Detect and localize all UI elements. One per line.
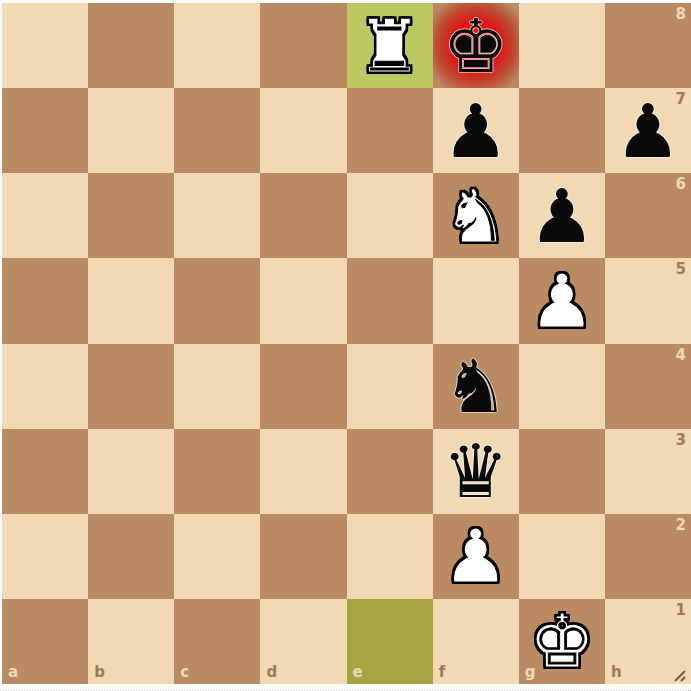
- square-e5[interactable]: [347, 258, 433, 343]
- square-f5[interactable]: [433, 258, 519, 343]
- square-a1[interactable]: a: [2, 599, 88, 684]
- square-f4[interactable]: ♞: [433, 344, 519, 429]
- file-label-h: h: [611, 665, 622, 680]
- square-c2[interactable]: [174, 514, 260, 599]
- square-f7[interactable]: ♟: [433, 88, 519, 173]
- rank-label-3: 3: [676, 433, 686, 448]
- rank-label-2: 2: [676, 518, 686, 533]
- square-c5[interactable]: [174, 258, 260, 343]
- square-c8[interactable]: [174, 3, 260, 88]
- rank-label-7: 7: [676, 92, 686, 107]
- piece-black-queen[interactable]: ♛: [443, 434, 509, 508]
- rank-label-8: 8: [676, 7, 686, 22]
- square-h7[interactable]: 7♟: [605, 88, 691, 173]
- square-d4[interactable]: [260, 344, 346, 429]
- square-e8[interactable]: ♜: [347, 3, 433, 88]
- square-e4[interactable]: [347, 344, 433, 429]
- chess-board: ♜♚8♟7♟♞♟6♟5♞4♛3♟2abcdefg♚1h: [2, 3, 691, 684]
- square-d7[interactable]: [260, 88, 346, 173]
- square-h2[interactable]: 2: [605, 514, 691, 599]
- square-a8[interactable]: [2, 3, 88, 88]
- square-h6[interactable]: 6: [605, 173, 691, 258]
- piece-black-pawn[interactable]: ♟: [443, 94, 509, 168]
- file-label-d: d: [266, 665, 277, 680]
- square-g2[interactable]: [519, 514, 605, 599]
- square-f8[interactable]: ♚: [433, 3, 519, 88]
- square-b2[interactable]: [88, 514, 174, 599]
- square-c4[interactable]: [174, 344, 260, 429]
- square-d6[interactable]: [260, 173, 346, 258]
- square-h5[interactable]: 5: [605, 258, 691, 343]
- square-a3[interactable]: [2, 429, 88, 514]
- piece-black-pawn[interactable]: ♟: [615, 94, 681, 168]
- square-b7[interactable]: [88, 88, 174, 173]
- file-label-e: e: [353, 665, 363, 680]
- piece-white-pawn[interactable]: ♟: [529, 264, 595, 338]
- square-g7[interactable]: [519, 88, 605, 173]
- square-g1[interactable]: g♚: [519, 599, 605, 684]
- square-g5[interactable]: ♟: [519, 258, 605, 343]
- square-g8[interactable]: [519, 3, 605, 88]
- file-label-f: f: [439, 665, 446, 680]
- file-label-g: g: [525, 665, 536, 680]
- square-c6[interactable]: [174, 173, 260, 258]
- square-f6[interactable]: ♞: [433, 173, 519, 258]
- square-b6[interactable]: [88, 173, 174, 258]
- square-d8[interactable]: [260, 3, 346, 88]
- square-b1[interactable]: b: [88, 599, 174, 684]
- square-a6[interactable]: [2, 173, 88, 258]
- square-h4[interactable]: 4: [605, 344, 691, 429]
- square-f2[interactable]: ♟: [433, 514, 519, 599]
- rank-label-1: 1: [676, 603, 686, 618]
- square-b5[interactable]: [88, 258, 174, 343]
- square-e3[interactable]: [347, 429, 433, 514]
- square-a2[interactable]: [2, 514, 88, 599]
- square-e7[interactable]: [347, 88, 433, 173]
- square-d2[interactable]: [260, 514, 346, 599]
- rank-label-5: 5: [676, 262, 686, 277]
- rank-label-6: 6: [676, 177, 686, 192]
- rank-label-4: 4: [676, 348, 686, 363]
- square-f3[interactable]: ♛: [433, 429, 519, 514]
- square-f1[interactable]: f: [433, 599, 519, 684]
- square-c7[interactable]: [174, 88, 260, 173]
- piece-black-knight[interactable]: ♞: [443, 349, 509, 423]
- square-h3[interactable]: 3: [605, 429, 691, 514]
- resize-handle-icon[interactable]: [671, 667, 686, 682]
- page: ♜♚8♟7♟♞♟6♟5♞4♛3♟2abcdefg♚1h: [0, 0, 691, 691]
- piece-black-pawn[interactable]: ♟: [529, 179, 595, 253]
- square-b3[interactable]: [88, 429, 174, 514]
- square-d3[interactable]: [260, 429, 346, 514]
- square-a4[interactable]: [2, 344, 88, 429]
- piece-white-knight[interactable]: ♞: [443, 179, 509, 253]
- piece-white-pawn[interactable]: ♟: [443, 519, 509, 593]
- square-a7[interactable]: [2, 88, 88, 173]
- file-label-b: b: [94, 665, 105, 680]
- square-d5[interactable]: [260, 258, 346, 343]
- square-g6[interactable]: ♟: [519, 173, 605, 258]
- square-c1[interactable]: c: [174, 599, 260, 684]
- square-g4[interactable]: [519, 344, 605, 429]
- file-label-a: a: [8, 665, 18, 680]
- square-h8[interactable]: 8: [605, 3, 691, 88]
- piece-black-king[interactable]: ♚: [443, 9, 509, 83]
- file-label-c: c: [180, 665, 189, 680]
- square-b8[interactable]: [88, 3, 174, 88]
- square-b4[interactable]: [88, 344, 174, 429]
- piece-white-king[interactable]: ♚: [529, 604, 595, 678]
- square-e2[interactable]: [347, 514, 433, 599]
- square-e6[interactable]: [347, 173, 433, 258]
- square-e1[interactable]: e: [347, 599, 433, 684]
- square-c3[interactable]: [174, 429, 260, 514]
- piece-white-rook[interactable]: ♜: [356, 9, 422, 83]
- square-g3[interactable]: [519, 429, 605, 514]
- square-a5[interactable]: [2, 258, 88, 343]
- square-d1[interactable]: d: [260, 599, 346, 684]
